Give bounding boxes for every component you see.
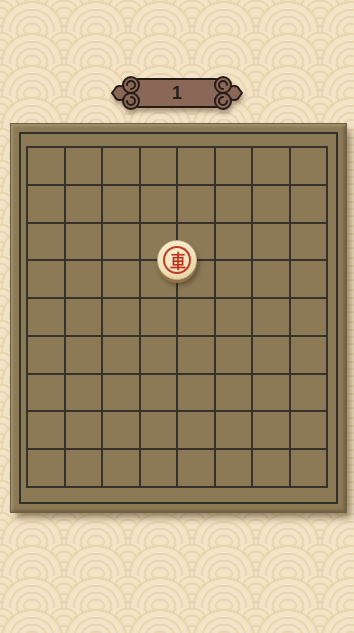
board-cell [66,186,102,222]
board-cell [141,186,177,222]
board-cell [66,299,102,335]
board-cell [291,450,327,486]
board-cell [253,450,289,486]
board-cell [103,261,139,297]
board-cell [291,224,327,260]
board-cell [291,186,327,222]
board-cell [28,412,64,448]
board-cell [291,299,327,335]
banner-plate: 1 [129,78,225,108]
board-cell [103,224,139,260]
board-cell [216,261,252,297]
board-cell [141,450,177,486]
board-cell [103,412,139,448]
board-cell [141,375,177,411]
board-cell [28,148,64,184]
board-cell [291,412,327,448]
board-cell [253,299,289,335]
banner-number: 1 [172,84,182,102]
board-cell [216,412,252,448]
board-cell [141,299,177,335]
board-cell [178,450,214,486]
board-cell [291,375,327,411]
board-cell [66,224,102,260]
board-cell [66,337,102,373]
board-cell [178,375,214,411]
board-cell [103,450,139,486]
board-cell [178,148,214,184]
board-cell [28,186,64,222]
board-cell [253,186,289,222]
board-cell [253,337,289,373]
board-cell [103,186,139,222]
board-cell [141,337,177,373]
board-cell [216,299,252,335]
board-cell [253,261,289,297]
board-cell [178,412,214,448]
board-cell [216,224,252,260]
board-cell [253,375,289,411]
chariot-glyph [168,251,188,271]
board-cell [141,412,177,448]
board-cell [28,375,64,411]
piece-red-chariot[interactable] [157,240,197,280]
board-cell [216,186,252,222]
board-cell [291,148,327,184]
board-cell [253,224,289,260]
board-cell [28,450,64,486]
board-cell [66,450,102,486]
board-cell [66,375,102,411]
board-cell [103,148,139,184]
cloud-scroll-left-icon [111,75,141,111]
app-background: 1 [0,0,354,633]
board-cell [291,337,327,373]
cloud-scroll-right-icon [213,75,243,111]
board-grid[interactable] [26,146,328,488]
board-cell [66,148,102,184]
board-cell [253,148,289,184]
board-cell [291,261,327,297]
board-cell [216,148,252,184]
board-cell [103,299,139,335]
board-cell [66,261,102,297]
board-cell [178,337,214,373]
board-cell [178,299,214,335]
board-cell [28,224,64,260]
board-cell [28,299,64,335]
board-cell [28,337,64,373]
board-cell [141,148,177,184]
xiangqi-board[interactable] [10,123,347,513]
board-cell [103,337,139,373]
board-cell [66,412,102,448]
board-cell [28,261,64,297]
board-cell [216,375,252,411]
move-counter-banner: 1 [111,75,243,111]
board-cell [178,186,214,222]
board-cell [216,337,252,373]
board-cell [103,375,139,411]
board-cell [253,412,289,448]
board-cell [216,450,252,486]
